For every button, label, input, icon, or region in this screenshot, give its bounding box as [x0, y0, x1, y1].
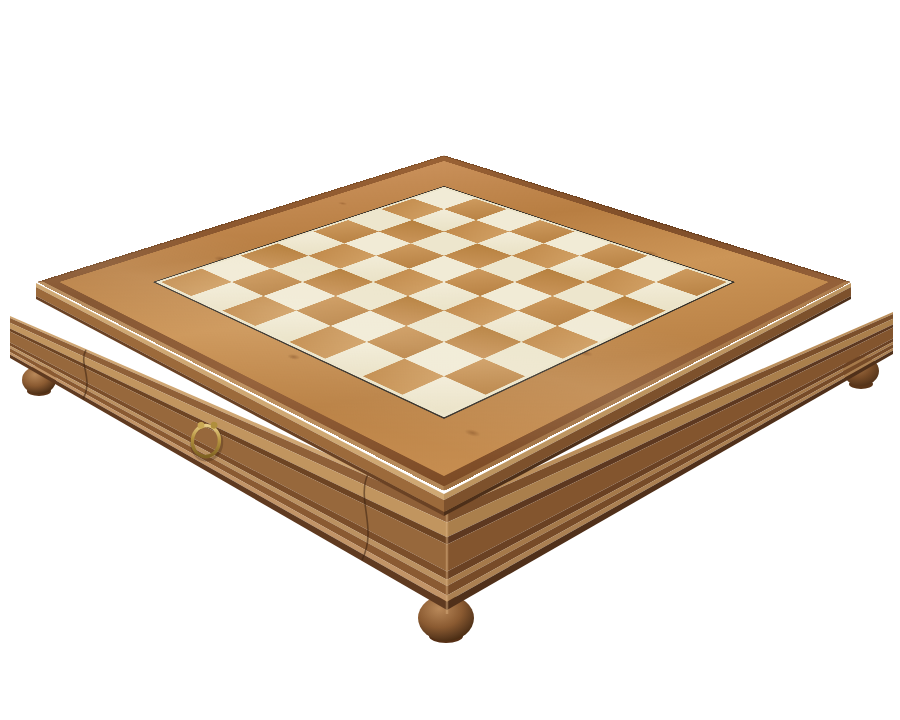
chess-cabinet-photo	[0, 0, 900, 720]
